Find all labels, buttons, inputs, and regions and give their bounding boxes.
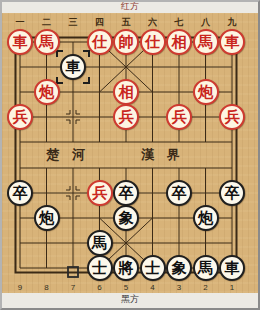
black-piece-車-r10c9[interactable]: 車 [219, 255, 245, 281]
black-piece-車-r2c3[interactable]: 車 [60, 54, 86, 80]
file-label-black-2: 2 [203, 283, 207, 292]
file-label-red-8: 八 [201, 16, 210, 29]
file-label-black-9: 9 [18, 283, 22, 292]
file-label-black-4: 4 [150, 283, 154, 292]
black-piece-士-r10c6[interactable]: 士 [140, 255, 166, 281]
file-label-red-7: 七 [175, 16, 184, 29]
river-label-left: 楚河 [46, 146, 98, 164]
red-piece-兵-r4c1[interactable]: 兵 [7, 104, 33, 130]
file-label-black-7: 7 [71, 283, 75, 292]
file-label-black-5: 5 [124, 283, 128, 292]
red-piece-兵-r4c9[interactable]: 兵 [219, 104, 245, 130]
black-piece-將-r10c5[interactable]: 將 [113, 255, 139, 281]
file-label-red-4: 四 [95, 16, 104, 29]
red-piece-仕-r1c4[interactable]: 仕 [87, 29, 113, 55]
red-piece-馬-r1c8[interactable]: 馬 [193, 29, 219, 55]
black-piece-卒-r7c5[interactable]: 卒 [113, 180, 139, 206]
file-label-black-8: 8 [44, 283, 48, 292]
red-piece-兵-r4c7[interactable]: 兵 [166, 104, 192, 130]
red-piece-車-r1c9[interactable]: 車 [219, 29, 245, 55]
red-piece-馬-r1c2[interactable]: 馬 [34, 29, 60, 55]
red-piece-炮-r3c2[interactable]: 炮 [34, 79, 60, 105]
file-label-red-5: 五 [122, 16, 131, 29]
red-piece-車-r1c1[interactable]: 車 [7, 29, 33, 55]
black-piece-卒-r7c9[interactable]: 卒 [219, 180, 245, 206]
black-piece-馬-r10c8[interactable]: 馬 [193, 255, 219, 281]
red-side-label: 红方 [0, 0, 260, 13]
file-label-black-3: 3 [177, 283, 181, 292]
black-side-label: 黑方 [0, 293, 260, 310]
file-label-red-2: 二 [42, 16, 51, 29]
file-label-black-6: 6 [97, 283, 101, 292]
black-piece-卒-r7c7[interactable]: 卒 [166, 180, 192, 206]
black-piece-炮-r8c2[interactable]: 炮 [34, 205, 60, 231]
red-piece-相-r1c7[interactable]: 相 [166, 29, 192, 55]
file-label-red-1: 一 [16, 16, 25, 29]
black-piece-士-r10c4[interactable]: 士 [87, 255, 113, 281]
black-piece-卒-r7c1[interactable]: 卒 [7, 180, 33, 206]
red-piece-兵-r4c5[interactable]: 兵 [113, 104, 139, 130]
xiangqi-app-window: 红方 黑方 一二三四五六七八九 987654321 楚河 漢界 車馬仕帥仕相馬車… [0, 0, 260, 310]
red-piece-帥-r1c5[interactable]: 帥 [113, 29, 139, 55]
black-piece-象-r8c5[interactable]: 象 [113, 205, 139, 231]
red-piece-仕-r1c6[interactable]: 仕 [140, 29, 166, 55]
black-piece-馬-r9c4[interactable]: 馬 [87, 230, 113, 256]
file-label-red-9: 九 [228, 16, 237, 29]
file-label-black-1: 1 [230, 283, 234, 292]
file-label-red-3: 三 [69, 16, 78, 29]
red-piece-兵-r7c4[interactable]: 兵 [87, 180, 113, 206]
file-label-red-6: 六 [148, 16, 157, 29]
red-piece-相-r3c5[interactable]: 相 [113, 79, 139, 105]
black-piece-炮-r8c8[interactable]: 炮 [193, 205, 219, 231]
river-label-right: 漢界 [141, 146, 193, 164]
black-piece-象-r10c7[interactable]: 象 [166, 255, 192, 281]
red-piece-炮-r3c8[interactable]: 炮 [193, 79, 219, 105]
